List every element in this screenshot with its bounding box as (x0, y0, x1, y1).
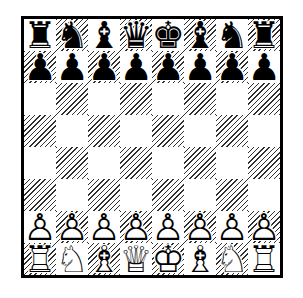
square-f4[interactable] (184, 147, 216, 179)
piece-glyph-layer: ♟ (184, 51, 216, 83)
square-g6[interactable] (216, 83, 248, 115)
square-a6[interactable] (24, 83, 56, 115)
square-e7[interactable]: ♟ (152, 51, 184, 83)
square-d5[interactable] (120, 115, 152, 147)
square-e6[interactable] (152, 83, 184, 115)
square-c1[interactable]: ♝♗ (88, 243, 120, 275)
square-b7[interactable]: ♟ (56, 51, 88, 83)
piece-glyph-layer: ♟ (216, 51, 248, 83)
square-a1[interactable]: ♜♖ (24, 243, 56, 275)
square-h7[interactable]: ♟ (248, 51, 280, 83)
black-pawn-piece: ♟ (248, 51, 280, 83)
square-e5[interactable] (152, 115, 184, 147)
square-a4[interactable] (24, 147, 56, 179)
square-c4[interactable] (88, 147, 120, 179)
piece-glyph-layer: ♟ (120, 51, 152, 83)
square-d6[interactable] (120, 83, 152, 115)
square-g7[interactable]: ♟ (216, 51, 248, 83)
square-h4[interactable] (248, 147, 280, 179)
square-g5[interactable] (216, 115, 248, 147)
piece-glyph-layer: ♟ (24, 51, 56, 83)
piece-outline-layer: ♘ (216, 243, 248, 275)
square-f1[interactable]: ♝♗ (184, 243, 216, 275)
black-pawn-piece: ♟ (152, 51, 184, 83)
piece-outline-layer: ♔ (152, 243, 184, 275)
piece-outline-layer: ♘ (56, 243, 88, 275)
white-rook-piece: ♜♖ (248, 243, 280, 275)
square-d1[interactable]: ♛♕ (120, 243, 152, 275)
square-d4[interactable] (120, 147, 152, 179)
square-c6[interactable] (88, 83, 120, 115)
white-knight-piece: ♞♘ (216, 243, 248, 275)
black-pawn-piece: ♟ (216, 51, 248, 83)
square-e1[interactable]: ♚♔ (152, 243, 184, 275)
square-e4[interactable] (152, 147, 184, 179)
chess-diagram-page: { "game": "chess", "position": { "fen": … (0, 0, 303, 298)
piece-outline-layer: ♗ (88, 243, 120, 275)
white-bishop-piece: ♝♗ (88, 243, 120, 275)
black-pawn-piece: ♟ (24, 51, 56, 83)
square-b6[interactable] (56, 83, 88, 115)
square-g4[interactable] (216, 147, 248, 179)
square-h6[interactable] (248, 83, 280, 115)
black-pawn-piece: ♟ (88, 51, 120, 83)
piece-outline-layer: ♗ (184, 243, 216, 275)
black-pawn-piece: ♟ (120, 51, 152, 83)
square-h1[interactable]: ♜♖ (248, 243, 280, 275)
white-king-piece: ♚♔ (152, 243, 184, 275)
chess-board: ♜♞♝♛♚♝♞♜♟♟♟♟♟♟♟♟♟♙♟♙♟♙♟♙♟♙♟♙♟♙♟♙♜♖♞♘♝♗♛♕… (21, 16, 283, 278)
square-c5[interactable] (88, 115, 120, 147)
square-f6[interactable] (184, 83, 216, 115)
white-bishop-piece: ♝♗ (184, 243, 216, 275)
piece-outline-layer: ♖ (24, 243, 56, 275)
piece-glyph-layer: ♟ (152, 51, 184, 83)
white-queen-piece: ♛♕ (120, 243, 152, 275)
piece-glyph-layer: ♟ (248, 51, 280, 83)
piece-glyph-layer: ♟ (56, 51, 88, 83)
square-a5[interactable] (24, 115, 56, 147)
piece-outline-layer: ♖ (248, 243, 280, 275)
square-g1[interactable]: ♞♘ (216, 243, 248, 275)
black-pawn-piece: ♟ (184, 51, 216, 83)
square-d7[interactable]: ♟ (120, 51, 152, 83)
white-rook-piece: ♜♖ (24, 243, 56, 275)
square-b4[interactable] (56, 147, 88, 179)
black-pawn-piece: ♟ (56, 51, 88, 83)
square-c7[interactable]: ♟ (88, 51, 120, 83)
square-a7[interactable]: ♟ (24, 51, 56, 83)
square-h5[interactable] (248, 115, 280, 147)
piece-glyph-layer: ♟ (88, 51, 120, 83)
square-b5[interactable] (56, 115, 88, 147)
square-f7[interactable]: ♟ (184, 51, 216, 83)
white-knight-piece: ♞♘ (56, 243, 88, 275)
square-f5[interactable] (184, 115, 216, 147)
piece-outline-layer: ♕ (120, 243, 152, 275)
square-b1[interactable]: ♞♘ (56, 243, 88, 275)
